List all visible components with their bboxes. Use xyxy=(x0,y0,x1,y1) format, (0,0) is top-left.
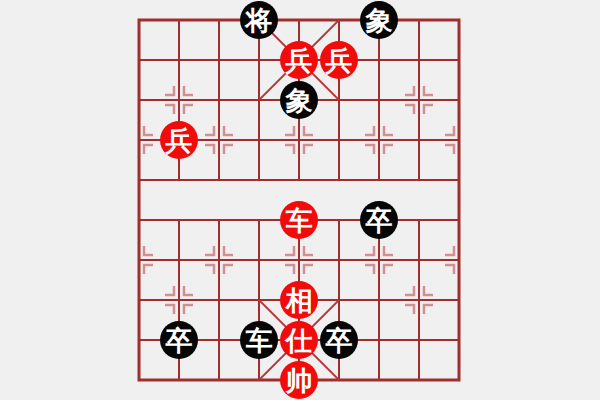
red-soldier[interactable]: 兵 xyxy=(280,41,318,79)
black-general[interactable]: 将 xyxy=(240,1,278,39)
black-elephant[interactable]: 象 xyxy=(360,1,398,39)
board-grid[interactable]: 将象兵兵象兵车卒相卒车仕卒帅 xyxy=(119,0,479,400)
black-elephant[interactable]: 象 xyxy=(280,81,318,119)
black-soldier[interactable]: 卒 xyxy=(160,321,198,359)
red-soldier[interactable]: 兵 xyxy=(160,121,198,159)
red-general[interactable]: 帅 xyxy=(280,361,318,399)
red-chariot[interactable]: 车 xyxy=(280,201,318,239)
black-soldier[interactable]: 卒 xyxy=(360,201,398,239)
black-chariot[interactable]: 车 xyxy=(240,321,278,359)
xiangqi-board[interactable]: 将象兵兵象兵车卒相卒车仕卒帅 xyxy=(0,0,600,400)
black-soldier[interactable]: 卒 xyxy=(320,321,358,359)
red-advisor[interactable]: 仕 xyxy=(280,321,318,359)
red-soldier[interactable]: 兵 xyxy=(320,41,358,79)
red-elephant[interactable]: 相 xyxy=(280,281,318,319)
